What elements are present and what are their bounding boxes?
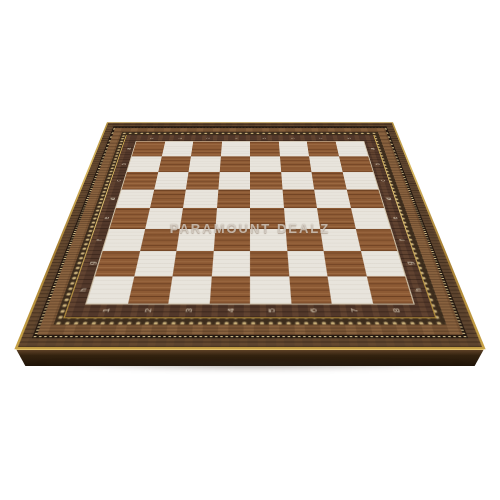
square-g6[interactable] xyxy=(287,251,328,276)
square-c8[interactable] xyxy=(342,172,378,189)
square-h7[interactable] xyxy=(327,276,372,304)
square-g1[interactable] xyxy=(95,251,139,276)
square-f8[interactable] xyxy=(355,229,397,252)
square-a7[interactable] xyxy=(307,142,339,157)
square-a3[interactable] xyxy=(191,142,222,157)
square-g2[interactable] xyxy=(134,251,177,276)
square-g5[interactable] xyxy=(250,251,289,276)
square-c5[interactable] xyxy=(250,172,282,189)
square-h5[interactable] xyxy=(250,276,291,304)
square-d8[interactable] xyxy=(346,189,384,208)
square-b7[interactable] xyxy=(309,156,342,172)
square-b1[interactable] xyxy=(127,156,161,172)
square-b2[interactable] xyxy=(158,156,191,172)
photo-background: 12345678 12345678 abcdefgh abcdefgh PARA… xyxy=(0,0,500,500)
square-a8[interactable] xyxy=(335,142,368,157)
square-b5[interactable] xyxy=(250,156,281,172)
ground-shadow xyxy=(30,362,470,372)
square-d5[interactable] xyxy=(250,189,284,208)
square-h3[interactable] xyxy=(168,276,211,304)
square-a4[interactable] xyxy=(220,142,250,157)
square-c3[interactable] xyxy=(186,172,219,189)
square-g4[interactable] xyxy=(211,251,250,276)
watermark-text: PARAMOUNT DEALZ xyxy=(170,221,330,236)
square-h8[interactable] xyxy=(366,276,413,304)
square-a2[interactable] xyxy=(161,142,193,157)
square-d6[interactable] xyxy=(282,189,317,208)
square-h2[interactable] xyxy=(127,276,172,304)
square-b8[interactable] xyxy=(339,156,373,172)
square-e8[interactable] xyxy=(351,208,391,229)
square-e1[interactable] xyxy=(110,208,150,229)
square-d2[interactable] xyxy=(150,189,186,208)
square-g7[interactable] xyxy=(324,251,367,276)
square-f1[interactable] xyxy=(103,229,145,252)
square-a5[interactable] xyxy=(250,142,280,157)
square-a6[interactable] xyxy=(278,142,309,157)
square-d4[interactable] xyxy=(217,189,251,208)
square-b6[interactable] xyxy=(280,156,312,172)
square-d1[interactable] xyxy=(116,189,154,208)
square-h1[interactable] xyxy=(87,276,134,304)
square-a1[interactable] xyxy=(132,142,165,157)
square-c1[interactable] xyxy=(122,172,158,189)
square-c7[interactable] xyxy=(311,172,346,189)
square-c4[interactable] xyxy=(218,172,250,189)
square-b3[interactable] xyxy=(189,156,221,172)
square-g8[interactable] xyxy=(360,251,404,276)
coordinate-labels-bottom: 12345678 xyxy=(82,304,417,318)
square-g3[interactable] xyxy=(173,251,214,276)
square-d7[interactable] xyxy=(314,189,350,208)
square-h6[interactable] xyxy=(289,276,332,304)
square-b4[interactable] xyxy=(219,156,250,172)
square-h4[interactable] xyxy=(209,276,250,304)
square-c6[interactable] xyxy=(281,172,314,189)
square-c2[interactable] xyxy=(154,172,189,189)
square-d3[interactable] xyxy=(183,189,218,208)
